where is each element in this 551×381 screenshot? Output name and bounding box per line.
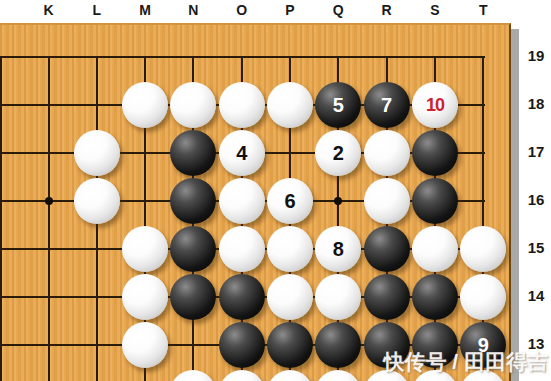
star-point xyxy=(334,197,342,205)
column-label-T: T xyxy=(468,2,498,18)
row-label-14: 14 xyxy=(521,287,551,304)
grid-line-horizontal xyxy=(0,56,485,58)
stone-white-S15 xyxy=(412,226,458,272)
stone-black-S17 xyxy=(412,130,458,176)
move-number: 10 xyxy=(426,96,444,114)
stone-black-Q18: 5 xyxy=(315,82,361,128)
stone-white-L16 xyxy=(74,178,120,224)
column-label-O: O xyxy=(227,2,257,18)
column-label-M: M xyxy=(130,2,160,18)
stone-white-Q12 xyxy=(315,370,361,381)
stone-white-Q17: 2 xyxy=(315,130,361,176)
column-label-N: N xyxy=(178,2,208,18)
column-label-Q: Q xyxy=(323,2,353,18)
stone-black-R15 xyxy=(364,226,410,272)
stone-black-Q13 xyxy=(315,322,361,368)
stone-white-M15 xyxy=(122,226,168,272)
stone-white-P16: 6 xyxy=(267,178,313,224)
stone-white-R16 xyxy=(364,178,410,224)
stone-white-P15 xyxy=(267,226,313,272)
move-number: 8 xyxy=(333,239,344,259)
go-diagram: 571042689 KLMNOPQRST19181716151413快传号 / … xyxy=(0,0,551,381)
row-label-19: 19 xyxy=(521,47,551,64)
row-label-16: 16 xyxy=(521,191,551,208)
stone-white-P12 xyxy=(267,370,313,381)
stone-black-R18: 7 xyxy=(364,82,410,128)
column-label-R: R xyxy=(372,2,402,18)
stone-white-O15 xyxy=(219,226,265,272)
stone-black-P13 xyxy=(267,322,313,368)
stone-white-O12 xyxy=(219,370,265,381)
stone-white-T15 xyxy=(460,226,506,272)
stone-white-L17 xyxy=(74,130,120,176)
column-label-P: P xyxy=(275,2,305,18)
stone-black-R14 xyxy=(364,274,410,320)
column-label-L: L xyxy=(82,2,112,18)
stone-black-O14 xyxy=(219,274,265,320)
stone-white-Q14 xyxy=(315,274,361,320)
stone-black-N15 xyxy=(170,226,216,272)
stone-white-P18 xyxy=(267,82,313,128)
stone-white-Q15: 8 xyxy=(315,226,361,272)
stone-black-N16 xyxy=(170,178,216,224)
stone-white-N18 xyxy=(170,82,216,128)
stone-black-N14 xyxy=(170,274,216,320)
row-label-18: 18 xyxy=(521,95,551,112)
move-number: 5 xyxy=(333,95,344,115)
move-number: 7 xyxy=(381,95,392,115)
stone-white-O16 xyxy=(219,178,265,224)
stone-white-O17: 4 xyxy=(219,130,265,176)
stone-black-S16 xyxy=(412,178,458,224)
stone-white-N12 xyxy=(170,370,216,381)
stone-white-P14 xyxy=(267,274,313,320)
stone-white-M14 xyxy=(122,274,168,320)
stone-black-O13 xyxy=(219,322,265,368)
stone-white-M18 xyxy=(122,82,168,128)
column-label-K: K xyxy=(34,2,64,18)
row-label-15: 15 xyxy=(521,239,551,256)
star-point xyxy=(45,197,53,205)
move-number: 2 xyxy=(333,143,344,163)
board-edge-shadow xyxy=(511,29,519,381)
stone-black-N17 xyxy=(170,130,216,176)
watermark: 快传号 / 田田得吉 xyxy=(383,348,548,376)
move-number: 6 xyxy=(284,191,295,211)
stone-white-O18 xyxy=(219,82,265,128)
stone-white-M13 xyxy=(122,322,168,368)
column-label-S: S xyxy=(420,2,450,18)
go-board: 571042689 xyxy=(0,23,511,381)
stone-white-R17 xyxy=(364,130,410,176)
move-number: 4 xyxy=(236,143,247,163)
stone-white-T14 xyxy=(460,274,506,320)
stone-black-S14 xyxy=(412,274,458,320)
row-label-17: 17 xyxy=(521,143,551,160)
stone-white-S18: 10 xyxy=(412,82,458,128)
